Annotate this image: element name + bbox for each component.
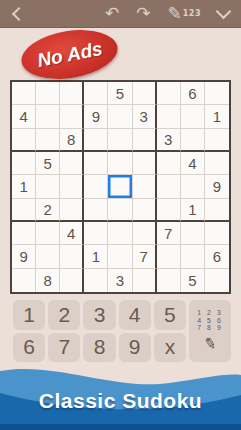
sudoku-cell-r4c5[interactable] [108,152,132,175]
sudoku-app-screen: ↶ ↷ ✎123 No Ads 56493183541921479176835 … [0,0,241,430]
chevron-down-icon [216,4,232,20]
sudoku-cell-r8c4[interactable]: 1 [84,245,108,268]
toolbar-right-icons: ↶ ↷ ✎123 [105,5,229,22]
sudoku-cell-r2c9[interactable]: 1 [205,105,229,128]
sudoku-cell-r9c7[interactable] [157,269,181,292]
sudoku-cell-r8c6[interactable]: 7 [133,245,157,268]
numpad-key-4[interactable]: 4 [119,300,151,330]
sudoku-cell-r9c2[interactable]: 8 [36,269,60,292]
sudoku-cell-r6c4[interactable] [84,199,108,222]
sudoku-cell-r1c7[interactable] [157,82,181,105]
sudoku-cell-r2c3[interactable] [60,105,84,128]
sudoku-cell-r2c1[interactable]: 4 [12,105,36,128]
sudoku-cell-r5c4[interactable] [84,175,108,198]
sudoku-cell-r6c6[interactable] [133,199,157,222]
sudoku-cell-r2c2[interactable] [36,105,60,128]
sudoku-cell-r5c6[interactable] [133,175,157,198]
sudoku-cell-r7c1[interactable] [12,222,36,245]
back-button[interactable] [12,9,24,19]
sudoku-cell-r1c8[interactable]: 6 [181,82,205,105]
sudoku-cell-r8c7[interactable] [157,245,181,268]
numpad-key-1[interactable]: 1 [13,300,45,330]
numpad-key-8[interactable]: 8 [83,333,115,363]
sudoku-cell-r8c5[interactable] [108,245,132,268]
sudoku-cell-r5c1[interactable]: 1 [12,175,36,198]
sudoku-cell-r7c9[interactable] [205,222,229,245]
sudoku-cell-r6c9[interactable] [205,199,229,222]
sudoku-cell-r7c4[interactable] [84,222,108,245]
numpad-key-9[interactable]: 9 [119,333,151,363]
sudoku-cell-r9c9[interactable] [205,269,229,292]
sudoku-cell-r6c3[interactable] [60,199,84,222]
numpad: 123456789x 1 2 34 5 67 8 9 ✎ [13,300,231,362]
sudoku-cell-r7c7[interactable]: 7 [157,222,181,245]
sudoku-cell-r3c4[interactable] [84,129,108,152]
sudoku-cell-r3c2[interactable] [36,129,60,152]
sudoku-cell-r6c8[interactable]: 1 [181,199,205,222]
sudoku-cell-r1c4[interactable] [84,82,108,105]
top-toolbar: ↶ ↷ ✎123 [0,0,241,28]
sudoku-cell-r4c9[interactable] [205,152,229,175]
sudoku-cell-r4c2[interactable]: 5 [36,152,60,175]
sudoku-cell-r9c6[interactable] [133,269,157,292]
sudoku-cell-r2c4[interactable]: 9 [84,105,108,128]
sudoku-cell-r8c9[interactable]: 6 [205,245,229,268]
sudoku-cell-r6c7[interactable] [157,199,181,222]
sudoku-cell-r3c7[interactable]: 3 [157,129,181,152]
sudoku-cell-r3c9[interactable] [205,129,229,152]
sudoku-cell-r2c8[interactable] [181,105,205,128]
numpad-key-7[interactable]: 7 [48,333,80,363]
sudoku-cell-r4c6[interactable] [133,152,157,175]
undo-icon: ↶ [105,5,119,22]
sudoku-cell-r2c7[interactable] [157,105,181,128]
input-mode-button[interactable]: ✎123 [168,5,201,22]
sudoku-cell-r8c8[interactable] [181,245,205,268]
sudoku-cell-r8c2[interactable] [36,245,60,268]
no-ads-badge[interactable]: No Ads [18,24,121,86]
notes-pencil-icon: ✎ [202,333,218,353]
numpad-key-3[interactable]: 3 [83,300,115,330]
sudoku-cell-r7c6[interactable] [133,222,157,245]
sudoku-cell-r5c3[interactable] [60,175,84,198]
sudoku-cell-r1c5[interactable]: 5 [108,82,132,105]
sudoku-cell-r9c4[interactable] [84,269,108,292]
sudoku-cell-r5c5[interactable] [108,175,132,198]
sudoku-cell-r4c8[interactable]: 4 [181,152,205,175]
sudoku-cell-r2c6[interactable]: 3 [133,105,157,128]
classic-sudoku-ad-banner[interactable]: Classic Sudoku [0,363,241,430]
no-ads-label: No Ads [35,37,104,71]
sudoku-cell-r1c3[interactable] [60,82,84,105]
sudoku-cell-r3c8[interactable] [181,129,205,152]
sudoku-cell-r4c3[interactable] [60,152,84,175]
redo-icon: ↷ [136,5,150,22]
sudoku-cell-r4c1[interactable] [12,152,36,175]
collapse-button[interactable] [218,10,229,17]
numpad-key-x[interactable]: x [154,333,186,363]
back-chevron-icon [12,6,26,20]
sudoku-cell-r7c2[interactable] [36,222,60,245]
undo-button[interactable]: ↶ [105,5,119,22]
sudoku-cell-r9c1[interactable] [12,269,36,292]
sudoku-cell-r1c1[interactable] [12,82,36,105]
sudoku-cell-r3c1[interactable] [12,129,36,152]
sudoku-cell-r6c2[interactable]: 2 [36,199,60,222]
redo-button[interactable]: ↷ [136,5,150,22]
sudoku-cell-r9c8[interactable]: 5 [181,269,205,292]
sudoku-board: 56493183541921479176835 [10,80,231,294]
sudoku-cell-r7c8[interactable] [181,222,205,245]
numpad-key-6[interactable]: 6 [13,333,45,363]
sudoku-cell-r8c3[interactable] [60,245,84,268]
notes-mini-digits: 1 2 34 5 67 8 9 [197,309,223,331]
sudoku-cell-r6c1[interactable] [12,199,36,222]
sudoku-cell-r7c3[interactable]: 4 [60,222,84,245]
notes-mode-button[interactable]: 1 2 34 5 67 8 9 ✎ [189,300,231,362]
sudoku-cell-r7c5[interactable] [108,222,132,245]
sudoku-cell-r5c9[interactable]: 9 [205,175,229,198]
sudoku-cell-r1c9[interactable] [205,82,229,105]
sudoku-cell-r1c2[interactable] [36,82,60,105]
sudoku-cell-r3c5[interactable] [108,129,132,152]
sudoku-cell-r4c4[interactable] [84,152,108,175]
sudoku-cell-r1c6[interactable] [133,82,157,105]
sudoku-cell-r9c5[interactable]: 3 [108,269,132,292]
sudoku-cell-r2c5[interactable] [108,105,132,128]
numpad-key-2[interactable]: 2 [48,300,80,330]
sudoku-cell-r9c3[interactable] [60,269,84,292]
banner-title: Classic Sudoku [0,389,241,413]
sudoku-cell-r5c2[interactable] [36,175,60,198]
numpad-key-5[interactable]: 5 [154,300,186,330]
pencil-icon: ✎ [168,5,182,22]
sudoku-cell-r5c7[interactable] [157,175,181,198]
sudoku-cell-r6c5[interactable] [108,199,132,222]
sudoku-cell-r4c7[interactable] [157,152,181,175]
pencil-123-badge: 123 [183,10,201,18]
sudoku-cell-r5c8[interactable] [181,175,205,198]
sudoku-cell-r3c3[interactable]: 8 [60,129,84,152]
sudoku-cell-r8c1[interactable]: 9 [12,245,36,268]
sudoku-cell-r3c6[interactable] [133,129,157,152]
